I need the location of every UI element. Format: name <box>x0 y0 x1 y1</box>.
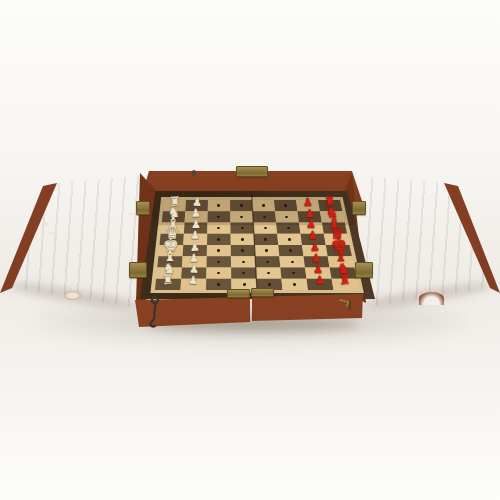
peg-hole <box>291 261 294 263</box>
latch-catch-icon <box>338 295 356 311</box>
right-panel-hinge-icon <box>355 262 373 278</box>
front-latch-plate-icon <box>251 288 274 297</box>
piece-white-rook[interactable]: ♜ <box>162 273 174 287</box>
peg-hole <box>217 283 220 285</box>
peg-hole <box>268 283 271 285</box>
left-panel-hinge-icon <box>136 201 150 215</box>
travel-chess-set-photo: ♜♟♟♜♞♟♟♞♝♟♟♝♛♟♟♛♚♟♟♚♝♟♟♝♞♟♟♞♜♟♟♜ <box>0 0 500 500</box>
peg-hole <box>242 261 245 263</box>
chessboard <box>0 0 500 500</box>
peg-hole <box>293 283 296 285</box>
front-latch-plate-icon <box>227 289 250 298</box>
left-panel-hinge-icon <box>129 262 147 278</box>
square-e4[interactable] <box>0 0 500 500</box>
back-nail-head <box>192 170 196 176</box>
peg-hole <box>241 238 244 240</box>
piece-red-pawn[interactable]: ♟ <box>308 230 318 242</box>
peg-hole <box>241 227 244 229</box>
piece-red-rook[interactable]: ♜ <box>339 273 351 287</box>
hook-clasp-icon <box>146 295 170 329</box>
back-hinge-icon <box>236 166 268 177</box>
piece-white-pawn[interactable]: ♟ <box>188 275 198 287</box>
right-panel-hinge-icon <box>352 201 366 215</box>
peg-hole <box>288 238 291 240</box>
piece-red-pawn[interactable]: ♟ <box>315 275 325 286</box>
peg-hole <box>243 283 246 285</box>
